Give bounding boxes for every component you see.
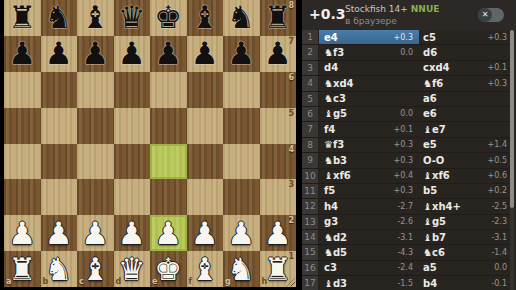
square-b1[interactable]: ♞b [41,251,78,287]
move-eval: -4.3 [397,245,413,260]
move-12-white[interactable]: h4-2.7 [319,199,419,213]
move-san: g3 [324,214,338,229]
move-number: 7 [302,122,319,136]
square-f2[interactable]: ♟ [187,215,224,251]
square-f6[interactable] [187,72,224,108]
square-a6[interactable] [4,72,41,108]
move-row-11: 11f5+0.3b5+0.2 [302,184,510,199]
move-2-white[interactable]: ♞f30.0 [319,45,419,59]
piece-black-pawn[interactable]: ♟ [4,36,41,72]
file-label-f: f [189,277,192,286]
move-san: a5 [423,260,437,275]
move-6-white[interactable]: ♝g50.0 [319,107,419,121]
move-number: 16 [302,261,319,275]
move-eval: -2.4 [397,260,413,275]
rank-label-4: 4 [288,145,294,154]
square-h6[interactable]: 6 [260,72,297,108]
move-eval: -2.6 [397,214,413,229]
move-san: ♝xf6 [423,168,450,183]
move-san: ♞f3 [324,45,344,60]
move-10-black[interactable]: ♝xf6+0.6 [419,169,510,183]
rank-label-3: 3 [288,180,294,189]
move-4-white[interactable]: ♞xd4 [319,76,419,90]
square-a4[interactable] [4,144,41,180]
move-san: cxd4 [423,60,450,75]
move-san: ♝xf6 [324,168,351,183]
move-13-black[interactable]: ♝g5-2.3 [419,215,510,229]
move-eval: +0.1 [488,60,507,75]
square-d7[interactable]: ♟ [114,36,151,72]
move-san: c3 [324,260,337,275]
square-f8[interactable]: ♝ [187,0,224,36]
square-e8[interactable]: ♚ [150,0,187,36]
piece-black-knight[interactable]: ♞ [223,0,260,36]
square-e1[interactable]: ♚e [150,251,187,287]
move-san: e6 [423,106,437,121]
move-number: 11 [302,184,319,198]
move-8-white[interactable]: ♛f3+0.3 [319,138,419,152]
move-eval: -0.1 [491,276,507,290]
square-f3[interactable] [187,179,224,215]
square-b7[interactable]: ♟ [41,36,78,72]
move-number: 14 [302,230,319,244]
move-4-black[interactable]: ♞f6+0.3 [419,76,510,90]
move-1-white[interactable]: e4+0.3 [319,30,419,44]
move-eval: +0.3 [394,183,413,198]
move-14-black[interactable]: ♝b7-3.1 [419,230,510,244]
move-eval: +0.6 [488,168,507,183]
piece-white-pawn[interactable]: ♟ [41,215,78,251]
square-e7[interactable]: ♟ [150,36,187,72]
move-san: e4 [324,30,338,45]
move-12-black[interactable]: ♝xh4+-2.5 [419,199,510,213]
move-san: ♝e7 [423,122,446,137]
file-label-c: c [79,277,84,286]
engine-eval: +0.3 [309,6,346,22]
square-c5[interactable] [77,108,114,144]
move-eval: -1.4 [491,245,507,260]
move-eval: -2.7 [397,199,413,214]
piece-white-pawn[interactable]: ♟ [223,215,260,251]
file-label-b: b [43,277,49,286]
move-san: O-O [423,153,444,168]
move-row-15: 15♞d5-4.3♞c6-1.4 [302,245,510,260]
move-6-black[interactable]: e6 [419,107,510,121]
square-a5[interactable] [4,108,41,144]
move-eval: 0.0 [400,106,413,121]
square-c6[interactable] [77,72,114,108]
move-number: 2 [302,45,319,59]
move-san: f4 [324,122,335,137]
square-g1[interactable]: ♞g [223,251,260,287]
move-number: 15 [302,245,319,259]
move-7-white[interactable]: f4+0.1 [319,122,419,136]
square-e4[interactable] [150,144,187,180]
move-eval: -2.3 [491,214,507,229]
move-5-black[interactable]: a6 [419,92,510,106]
square-b4[interactable] [41,144,78,180]
move-san: h4 [324,199,338,214]
square-g4[interactable] [223,144,260,180]
square-h8[interactable]: ♜8 [260,0,297,36]
move-san: d6 [423,45,437,60]
square-d5[interactable] [114,108,151,144]
square-g8[interactable]: ♞ [223,0,260,36]
square-a8[interactable]: ♜ [4,0,41,36]
square-c8[interactable]: ♝ [77,0,114,36]
file-label-h: h [262,277,268,286]
move-san: ♛f3 [324,137,344,152]
move-10-white[interactable]: ♝xf6+0.4 [319,169,419,183]
square-d4[interactable] [114,144,151,180]
piece-white-pawn[interactable]: ♟ [150,215,187,251]
piece-black-knight[interactable]: ♞ [41,0,78,36]
piece-white-pawn[interactable]: ♟ [114,215,151,251]
chess-board[interactable]: ♜♞♝♛♚♝♞♜8♟♟♟♟♟♟♟♟76543♟♟♟♟♟♟♟♟2♜a♞b♝c♛d♚… [4,0,296,287]
move-san: ♞c3 [324,91,346,106]
square-a1[interactable]: ♜a [4,251,41,287]
square-h2[interactable]: ♟2 [260,215,297,251]
move-eval: +0.3 [394,30,413,45]
piece-white-pawn[interactable]: ♟ [4,215,41,251]
file-label-a: a [6,277,11,286]
move-san: ♝g5 [324,106,347,121]
move-number: 12 [302,199,319,213]
square-h1[interactable]: ♜1h [260,251,297,287]
move-number: 6 [302,107,319,121]
move-san: ♝g5 [423,214,446,229]
move-number: 10 [302,169,319,183]
move-row-1: 1e4+0.3c5+0.3 [302,30,510,45]
move-row-13: 13g3-2.6♝g5-2.3 [302,215,510,230]
rank-label-2: 2 [288,216,294,225]
piece-black-king[interactable]: ♚ [150,0,187,36]
move-7-black[interactable]: ♝e7 [419,122,510,136]
move-1-black[interactable]: c5+0.3 [419,30,510,44]
move-9-white[interactable]: ♞b3+0.3 [319,153,419,167]
file-label-e: e [152,277,157,286]
square-f5[interactable] [187,108,224,144]
piece-black-pawn[interactable]: ♟ [41,36,78,72]
square-h4[interactable]: 4 [260,144,297,180]
square-b6[interactable] [41,72,78,108]
move-number: 1 [302,30,319,44]
square-a7[interactable]: ♟ [4,36,41,72]
move-eval: 0.0 [400,45,413,60]
move-row-12: 12h4-2.7♝xh4+-2.5 [302,199,510,214]
move-number: 4 [302,76,319,90]
piece-black-queen[interactable]: ♛ [114,0,151,36]
piece-black-bishop[interactable]: ♝ [77,0,114,36]
move-row-14: 14♞d2-3.1♝b7-3.1 [302,230,510,245]
piece-black-pawn[interactable]: ♟ [114,36,151,72]
move-row-16: 16c3-2.4a50.0 [302,261,510,276]
move-san: ♝xh4+ [423,199,461,214]
square-c3[interactable] [77,179,114,215]
square-g7[interactable]: ♟ [223,36,260,72]
square-b5[interactable] [41,108,78,144]
move-row-2: 2♞f30.0d6 [302,45,510,60]
square-g3[interactable] [223,179,260,215]
engine-name: Stockfish 14+NNUE [345,3,439,15]
move-eval: +0.5 [488,153,507,168]
square-e5[interactable] [150,108,187,144]
engine-panel: +0.3 Stockfish 14+NNUE в браузере ✕ 1e4+… [302,0,516,290]
move-2-black[interactable]: d6 [419,45,510,59]
move-row-8: 8♛f3+0.3e5+1.4 [302,138,510,153]
piece-white-pawn[interactable]: ♟ [77,215,114,251]
move-8-black[interactable]: e5+1.4 [419,138,510,152]
scrollbar-track[interactable] [510,30,514,290]
engine-toggle[interactable]: ✕ [478,8,504,22]
move-11-white[interactable]: f5+0.3 [319,184,419,198]
move-row-9: 9♞b3+0.3O-O+0.5 [302,153,510,168]
move-san: ♞d5 [324,245,347,260]
piece-black-rook[interactable]: ♜ [4,0,41,36]
engine-info: Stockfish 14+NNUE в браузере [345,3,439,27]
move-16-black[interactable]: a50.0 [419,261,510,275]
square-h3[interactable]: 3 [260,179,297,215]
move-17-white[interactable]: ♝d3-1.5 [319,276,419,290]
move-row-7: 7f4+0.1♝e7 [302,122,510,137]
move-eval: +1.4 [488,137,507,152]
square-d8[interactable]: ♛ [114,0,151,36]
move-number: 5 [302,92,319,106]
move-number: 17 [302,276,319,290]
move-9-black[interactable]: O-O+0.5 [419,153,510,167]
move-number: 8 [302,138,319,152]
move-row-4: 4♞xd4♞f6+0.3 [302,76,510,91]
move-san: e5 [423,137,437,152]
square-b8[interactable]: ♞ [41,0,78,36]
square-h5[interactable]: 5 [260,108,297,144]
move-san: ♝d3 [324,276,347,290]
move-17-black[interactable]: b4-0.1 [419,276,510,290]
move-3-black[interactable]: cxd4+0.1 [419,61,510,75]
move-row-3: 3d4cxd4+0.1 [302,61,510,76]
piece-black-pawn[interactable]: ♟ [77,36,114,72]
rank-label-7: 7 [288,37,294,46]
move-san: b4 [423,276,437,290]
move-11-black[interactable]: b5+0.2 [419,184,510,198]
move-san: b5 [423,183,437,198]
move-eval: +0.3 [394,137,413,152]
move-eval: +0.3 [488,30,507,45]
square-d6[interactable] [114,72,151,108]
move-san: d4 [324,60,338,75]
square-d1[interactable]: ♛d [114,251,151,287]
square-f4[interactable] [187,144,224,180]
move-row-17: 17♝d3-1.5b4-0.1 [302,276,510,290]
move-eval: +0.3 [394,153,413,168]
move-san: ♞c6 [423,245,445,260]
move-eval: +0.4 [394,168,413,183]
square-b2[interactable]: ♟ [41,215,78,251]
rank-label-1: 1 [288,252,294,261]
move-number: 13 [302,215,319,229]
move-san: f5 [324,183,335,198]
engine-header: +0.3 Stockfish 14+NNUE в браузере ✕ [302,0,516,30]
square-a3[interactable] [4,179,41,215]
piece-black-bishop[interactable]: ♝ [187,0,224,36]
square-e2[interactable]: ♟ [150,215,187,251]
move-san: ♞d2 [324,230,347,245]
piece-black-pawn[interactable]: ♟ [150,36,187,72]
close-x-icon[interactable]: ✕ [478,8,492,22]
file-label-g: g [225,277,231,286]
square-e6[interactable] [150,72,187,108]
rank-label-6: 6 [288,73,294,82]
move-15-black[interactable]: ♞c6-1.4 [419,245,510,259]
square-g6[interactable] [223,72,260,108]
move-row-6: 6♝g50.0e6 [302,107,510,122]
move-san: ♞f6 [423,76,443,91]
move-16-white[interactable]: c3-2.4 [319,261,419,275]
move-eval: +0.2 [488,183,507,198]
move-eval: 0.0 [494,260,507,275]
square-g5[interactable] [223,108,260,144]
move-eval: -3.1 [491,230,507,245]
move-3-white[interactable]: d4 [319,61,419,75]
square-c2[interactable]: ♟ [77,215,114,251]
move-list: 1e4+0.3c5+0.32♞f30.0d63d4cxd4+0.14♞xd4♞f… [302,30,510,290]
nnue-badge: NNUE [411,4,440,14]
move-15-white[interactable]: ♞d5-4.3 [319,245,419,259]
engine-subtitle: в браузере [345,15,439,27]
square-c7[interactable]: ♟ [77,36,114,72]
square-a2[interactable]: ♟ [4,215,41,251]
square-g2[interactable]: ♟ [223,215,260,251]
square-c1[interactable]: ♝c [77,251,114,287]
move-number: 3 [302,61,319,75]
square-e3[interactable] [150,179,187,215]
move-eval: +0.1 [394,122,413,137]
file-label-d: d [116,277,122,286]
move-san: c5 [423,30,436,45]
move-row-5: 5♞c3a6 [302,92,510,107]
piece-black-pawn[interactable]: ♟ [187,36,224,72]
rank-label-5: 5 [288,109,294,118]
move-san: ♝b7 [423,230,446,245]
move-13-white[interactable]: g3-2.6 [319,215,419,229]
square-f1[interactable]: ♝f [187,251,224,287]
square-d2[interactable]: ♟ [114,215,151,251]
square-b3[interactable] [41,179,78,215]
piece-white-pawn[interactable]: ♟ [187,215,224,251]
move-san: ♞b3 [324,153,347,168]
move-eval: +0.3 [488,76,507,91]
move-eval: -1.5 [397,276,413,290]
move-5-white[interactable]: ♞c3 [319,92,419,106]
square-h7[interactable]: ♟7 [260,36,297,72]
move-san: a6 [423,91,437,106]
scrollbar-thumb[interactable] [510,30,514,208]
rank-label-8: 8 [288,1,294,10]
move-eval: -3.1 [397,230,413,245]
square-d3[interactable] [114,179,151,215]
move-number: 9 [302,153,319,167]
move-row-10: 10♝xf6+0.4♝xf6+0.6 [302,169,510,184]
move-san: ♞xd4 [324,76,354,91]
move-14-white[interactable]: ♞d2-3.1 [319,230,419,244]
square-c4[interactable] [77,144,114,180]
move-eval: -2.5 [491,199,507,214]
piece-black-pawn[interactable]: ♟ [223,36,260,72]
square-f7[interactable]: ♟ [187,36,224,72]
